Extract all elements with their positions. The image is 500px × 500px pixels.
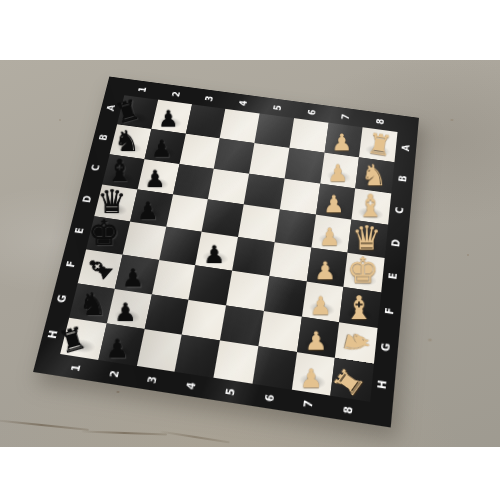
square-g8[interactable]: ♞ (335, 322, 378, 364)
coord-label: H (377, 379, 389, 389)
coord-label: F (66, 261, 77, 269)
square-b3[interactable] (179, 133, 220, 168)
square-e6[interactable] (269, 242, 311, 281)
square-b6[interactable] (284, 148, 324, 183)
square-e2[interactable] (122, 221, 165, 259)
square-g6[interactable] (258, 311, 301, 353)
square-f8[interactable]: ♝ (339, 287, 381, 328)
photo-scene: 12345678A♜♟♟♜AB♞♟♟♞BC♝♟♟♝CD♛♟♟♛DE♚♟♟♚EF♝… (0, 0, 500, 500)
square-b7[interactable]: ♟ (320, 152, 359, 188)
square-d2[interactable]: ♟ (130, 190, 173, 227)
coord-label: 6 (264, 393, 276, 402)
piece-black-pawn-f2[interactable]: ♟ (122, 266, 144, 291)
coord-label: 7 (304, 399, 316, 408)
coord-label: 8 (376, 118, 386, 125)
piece-white-pawn-b7[interactable]: ♟ (327, 161, 348, 184)
square-g7[interactable]: ♟ (296, 316, 339, 358)
piece-black-pawn-d2[interactable]: ♟ (137, 199, 158, 223)
coord-label: 4 (186, 381, 198, 390)
coord-label: 5 (225, 387, 237, 396)
square-e8[interactable]: ♚ (344, 253, 385, 292)
coord-label: C (91, 164, 102, 171)
square-h6[interactable] (252, 346, 296, 389)
coord-label: E (74, 227, 85, 235)
square-d6[interactable] (274, 210, 315, 248)
square-c4[interactable] (208, 168, 249, 204)
coord-label: 1 (138, 86, 148, 93)
piece-white-pawn-d7[interactable]: ♟ (319, 225, 341, 249)
square-d5[interactable] (238, 205, 279, 243)
coord-label: 1 (71, 363, 83, 372)
coord-label: 7 (342, 113, 352, 120)
square-h4[interactable] (175, 335, 220, 378)
square-a5[interactable] (254, 113, 293, 147)
piece-white-rook-a8[interactable]: ♜ (365, 129, 394, 160)
square-a6[interactable] (289, 118, 328, 152)
piece-white-pawn-e7[interactable]: ♟ (314, 259, 336, 284)
square-c3[interactable] (173, 164, 214, 200)
coord-label: 8 (343, 405, 355, 414)
coord-label: G (381, 342, 392, 352)
coord-label-cell: E (381, 258, 406, 295)
coord-label-cell: F (378, 292, 403, 331)
square-g4[interactable] (182, 299, 226, 340)
square-d3[interactable] (166, 195, 208, 232)
square-e4[interactable]: ♟ (195, 232, 238, 271)
coord-label-cell: H (370, 364, 396, 405)
square-g2[interactable]: ♟ (106, 288, 151, 329)
coord-label: G (57, 294, 69, 303)
coord-label: A (401, 144, 411, 152)
piece-black-rook-h1[interactable]: ♜ (56, 322, 91, 359)
piece-white-knight-b8[interactable]: ♞ (360, 160, 386, 189)
coord-label: D (392, 238, 403, 247)
coord-label-cell: G (374, 327, 400, 367)
coord-label: B (398, 175, 408, 183)
coord-label: B (98, 134, 109, 141)
square-h3[interactable] (136, 329, 182, 371)
square-a7[interactable]: ♟ (324, 123, 363, 158)
square-f7[interactable]: ♟ (301, 281, 343, 322)
coord-label-cell (368, 402, 393, 428)
square-a3[interactable] (185, 104, 225, 138)
coord-label: 3 (205, 95, 215, 102)
square-h8[interactable]: ♜ (331, 358, 374, 402)
piece-black-pawn-b2[interactable]: ♟ (152, 137, 173, 160)
piece-black-king-e1[interactable]: ♚ (89, 216, 121, 251)
square-f4[interactable] (189, 265, 232, 305)
square-a4[interactable] (220, 109, 260, 143)
coord-label-cell: B (391, 162, 414, 196)
square-a8[interactable]: ♜ (359, 127, 397, 162)
coord-label: F (385, 307, 396, 315)
piece-white-bishop-c8[interactable]: ♝ (356, 191, 384, 222)
square-c7[interactable]: ♟ (315, 183, 355, 220)
square-h5[interactable] (213, 341, 258, 384)
letterbox-top (0, 0, 500, 60)
piece-black-pawn-h2[interactable]: ♟ (106, 336, 129, 361)
square-c6[interactable] (279, 178, 319, 215)
coord-label: 2 (109, 369, 121, 378)
square-h7[interactable]: ♟ (291, 352, 335, 395)
square-f6[interactable] (264, 276, 307, 316)
square-g5[interactable] (220, 305, 264, 346)
square-e1[interactable]: ♚ (86, 216, 130, 254)
coord-label: 5 (273, 104, 283, 111)
piece-black-pawn-g2[interactable]: ♟ (114, 300, 136, 325)
square-e7[interactable]: ♟ (306, 247, 347, 286)
coord-label: D (82, 195, 93, 204)
coord-label: 6 (307, 109, 317, 116)
coord-label: 2 (171, 91, 181, 98)
piece-white-pawn-a7[interactable]: ♟ (331, 131, 352, 154)
coord-label-cell: A (394, 132, 417, 165)
coord-label: 3 (147, 375, 159, 384)
square-h1[interactable]: ♜ (60, 318, 106, 360)
piece-white-knight-g8[interactable]: ♞ (338, 326, 375, 360)
coord-label-cell: D (385, 225, 409, 261)
square-b5[interactable] (249, 143, 289, 178)
piece-white-bishop-f8[interactable]: ♝ (344, 291, 373, 323)
letterbox-bottom (0, 447, 500, 500)
piece-white-pawn-h7[interactable]: ♟ (299, 366, 322, 392)
square-d7[interactable]: ♟ (311, 215, 352, 253)
square-d4[interactable] (202, 200, 244, 237)
piece-black-knight-b1[interactable]: ♞ (114, 127, 140, 156)
piece-black-knight-g1[interactable]: ♞ (79, 289, 107, 320)
coord-label-cell: C (388, 193, 412, 228)
piece-black-pawn-e4[interactable]: ♟ (203, 242, 225, 266)
square-e5[interactable] (232, 237, 274, 276)
square-f5[interactable] (226, 270, 269, 310)
piece-black-pawn-c2[interactable]: ♟ (145, 168, 166, 191)
piece-white-pawn-g7[interactable]: ♟ (305, 329, 328, 354)
coord-label: C (395, 206, 405, 214)
square-b4[interactable] (214, 138, 254, 173)
piece-white-pawn-c7[interactable]: ♟ (323, 193, 344, 217)
square-c5[interactable] (244, 173, 285, 209)
piece-white-king-e8[interactable]: ♚ (346, 253, 378, 289)
piece-white-pawn-f7[interactable]: ♟ (309, 293, 331, 318)
coord-label: 4 (239, 100, 249, 107)
coord-label: E (388, 273, 399, 281)
piece-black-pawn-a2[interactable]: ♟ (158, 108, 178, 131)
